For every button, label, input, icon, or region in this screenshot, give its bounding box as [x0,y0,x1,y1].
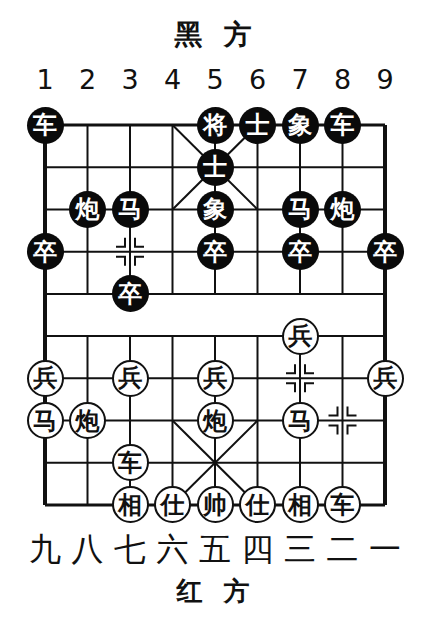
board-cell [236,442,279,484]
board-cell [194,442,237,484]
piece-red-soldier[interactable]: 兵 [282,318,319,355]
board-cell [364,399,407,441]
board-cell [321,442,364,484]
board-cell: 兵 [24,357,67,399]
piece-black-chariot[interactable]: 车 [324,107,361,144]
piece-red-cannon[interactable]: 炮 [197,402,234,439]
board-cell [109,399,152,441]
board-cell [279,146,322,188]
file-numeral: 三 [284,528,316,572]
board-cell [151,104,194,146]
piece-black-chariot[interactable]: 车 [27,107,64,144]
piece-black-general[interactable]: 将 [197,107,234,144]
board-cell [151,273,194,315]
board-cell: 马 [279,399,322,441]
board-cell: 象 [194,188,237,230]
file-numeral: 五 [199,528,231,572]
piece-red-chariot[interactable]: 车 [324,486,361,523]
board-cell [151,146,194,188]
board-cell: 车 [321,484,364,526]
board-cell: 相 [279,484,322,526]
piece-black-elephant[interactable]: 象 [197,191,234,228]
board-cell: 卒 [364,231,407,273]
board-cell [151,357,194,399]
file-numeral: 七 [114,528,146,572]
board-cell: 炮 [66,188,109,230]
piece-red-advisor[interactable]: 仕 [154,486,191,523]
board-cell [236,399,279,441]
board-cell [66,273,109,315]
board-cell [109,315,152,357]
board-cell: 士 [236,104,279,146]
piece-red-chariot[interactable]: 车 [112,444,149,481]
board-cell [321,399,364,441]
board-cell [321,231,364,273]
file-numeral: 六 [157,528,189,572]
board-cell [279,273,322,315]
board-cell: 车 [24,104,67,146]
board-cell [151,231,194,273]
board-cell [24,188,67,230]
board-cell: 马 [24,399,67,441]
piece-red-horse[interactable]: 马 [27,402,64,439]
board-cell [109,146,152,188]
board-cell [24,442,67,484]
piece-red-elephant[interactable]: 相 [282,486,319,523]
board-cell [321,146,364,188]
board-cell [364,188,407,230]
board-cell [151,188,194,230]
board-cell: 卒 [194,231,237,273]
file-numeral: 八 [72,528,104,572]
board-cell [66,484,109,526]
board-cell: 卒 [109,273,152,315]
board-cell: 卒 [279,231,322,273]
piece-black-horse[interactable]: 马 [282,191,319,228]
piece-red-horse[interactable]: 马 [282,402,319,439]
piece-red-elephant[interactable]: 相 [112,486,149,523]
piece-black-soldier[interactable]: 卒 [27,233,64,270]
board-cell [236,357,279,399]
piece-black-soldier[interactable]: 卒 [282,233,319,270]
piece-black-advisor[interactable]: 士 [239,107,276,144]
board-cell: 马 [109,188,152,230]
board-cell [66,231,109,273]
board-cell [151,315,194,357]
board-cell: 炮 [66,399,109,441]
board-cell: 车 [109,442,152,484]
board-cell [24,315,67,357]
file-numeral: 九 [29,528,61,572]
board-cell: 炮 [194,399,237,441]
board-cell [279,357,322,399]
board-cell [109,104,152,146]
file-numeral: 二 [327,528,359,572]
board-cell [151,442,194,484]
piece-red-soldier[interactable]: 兵 [112,360,149,397]
piece-black-soldier[interactable]: 卒 [112,275,149,312]
board-cell [364,442,407,484]
xiangqi-diagram: 黑 方 123456789 车将士象车士炮马象马炮卒卒卒卒卒兵兵兵兵兵马炮炮马车… [0,0,432,632]
board: 车将士象车士炮马象马炮卒卒卒卒卒兵兵兵兵兵马炮炮马车相仕帅仕相车 [24,104,407,526]
piece-red-advisor[interactable]: 仕 [239,486,276,523]
board-cell [236,188,279,230]
board-cell [151,399,194,441]
board-cell [194,273,237,315]
piece-red-soldier[interactable]: 兵 [197,360,234,397]
board-cell [66,315,109,357]
board-cell [236,273,279,315]
board-cell [321,315,364,357]
board-cell: 车 [321,104,364,146]
board-cell: 卒 [24,231,67,273]
piece-red-cannon[interactable]: 炮 [69,402,106,439]
board-cell: 士 [194,146,237,188]
board-cell [236,315,279,357]
board-cell: 兵 [109,357,152,399]
board-cell [279,442,322,484]
board-cell [236,146,279,188]
board-cell: 兵 [279,315,322,357]
piece-black-elephant[interactable]: 象 [282,107,319,144]
board-cell: 象 [279,104,322,146]
board-cell: 将 [194,104,237,146]
board-cell [364,273,407,315]
board-cell [66,104,109,146]
piece-black-advisor[interactable]: 士 [197,149,234,186]
board-cell [364,315,407,357]
board-cell [66,357,109,399]
piece-black-horse[interactable]: 马 [112,191,149,228]
board-cell: 马 [279,188,322,230]
board-cell: 相 [109,484,152,526]
file-numeral: 一 [369,528,401,572]
red-side-label: 红 方 [0,574,432,609]
piece-black-soldier[interactable]: 卒 [197,233,234,270]
board-cell: 仕 [236,484,279,526]
board-cell: 兵 [194,357,237,399]
board-cell [364,484,407,526]
board-cell [66,442,109,484]
board-cell [66,146,109,188]
board-cell [364,104,407,146]
board-cell: 帅 [194,484,237,526]
board-cell [194,315,237,357]
board-cell [24,146,67,188]
board-cell [24,484,67,526]
board-cell [364,146,407,188]
board-cell: 仕 [151,484,194,526]
piece-red-general[interactable]: 帅 [197,486,234,523]
board-cell: 兵 [364,357,407,399]
piece-black-cannon[interactable]: 炮 [324,191,361,228]
board-cell [321,273,364,315]
board-cell [321,357,364,399]
board-cell: 炮 [321,188,364,230]
piece-red-soldier[interactable]: 兵 [367,360,404,397]
piece-red-soldier[interactable]: 兵 [27,360,64,397]
board-cell [109,231,152,273]
piece-black-cannon[interactable]: 炮 [69,191,106,228]
file-numeral: 四 [242,528,274,572]
piece-black-soldier[interactable]: 卒 [367,233,404,270]
board-cell [24,273,67,315]
board-cell [236,231,279,273]
